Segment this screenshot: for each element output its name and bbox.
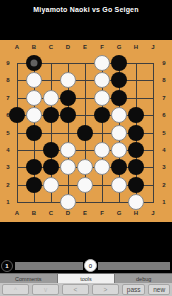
stone-b2 [26,177,42,193]
stone-d7 [60,90,76,106]
pass-button[interactable]: pass [122,284,145,295]
board-col-label-bottom: G [117,210,122,216]
board-col-label-bottom: C [49,210,53,216]
board-row-label-left: 8 [6,77,9,83]
board-col-label-top: D [66,44,70,50]
move-slider-row: 1 0 [0,258,172,273]
board-row-label-left: 4 [6,147,9,153]
last-move-marker [31,60,38,67]
stone-g3 [111,159,127,175]
board-row-label-left: 2 [6,182,9,188]
board-row-label-right: 5 [162,130,165,136]
slider-thumb-value: 0 [89,263,92,269]
tab-comments[interactable]: Comments [0,274,57,283]
stone-b6 [26,107,42,123]
stone-c3 [43,159,59,175]
board-col-label-top: F [100,44,104,50]
black-stone-counter: 1 [1,260,13,272]
stone-h6 [128,107,144,123]
stone-g8 [111,72,127,88]
stone-g4 [111,142,127,158]
board-row-label-right: 6 [162,112,165,118]
board-row-label-left: 1 [6,199,9,205]
tab-debug-label: debug [136,276,151,282]
stone-b7 [26,90,42,106]
board-row-label-left: 9 [6,60,9,66]
stone-f6 [94,107,110,123]
stone-d3 [60,159,76,175]
board-col-label-bottom: B [32,210,36,216]
tab-bar: Comments tools debug [0,273,172,283]
title-bar: Miyamoto Naoki vs Go Seigen [0,0,172,40]
board-row-label-left: 7 [6,95,9,101]
first-move-button[interactable]: ^ [2,284,29,295]
stone-d6 [60,107,76,123]
tab-comments-label: Comments [15,276,42,282]
stone-f4 [94,142,110,158]
game-title: Miyamoto Naoki vs Go Seigen [33,6,138,13]
board-col-label-top: G [117,44,122,50]
stone-g9 [111,55,127,71]
board-col-label-top: J [151,44,154,50]
black-counter-value: 1 [5,263,8,269]
stone-b9 [26,55,42,71]
stone-d8 [60,72,76,88]
board-row-label-right: 3 [162,164,165,170]
bottom-spacer [0,222,172,258]
stone-c2 [43,177,59,193]
stone-c7 [43,90,59,106]
board-col-label-top: H [134,44,138,50]
board-row-label-right: 9 [162,60,165,66]
board-row-label-right: 4 [162,147,165,153]
stone-e3 [77,159,93,175]
stone-d1 [60,194,76,210]
tab-tools[interactable]: tools [57,274,116,283]
stone-g2 [111,177,127,193]
stone-g5 [111,125,127,141]
app-window: Miyamoto Naoki vs Go Seigen AABBCCDDEEFF… [0,0,172,296]
stone-h3 [128,159,144,175]
stone-h2 [128,177,144,193]
stone-a6 [9,107,25,123]
stone-g6 [111,107,127,123]
tab-debug[interactable]: debug [115,274,172,283]
board-col-label-bottom: F [100,210,104,216]
stone-f9 [94,55,110,71]
stone-f7 [94,90,110,106]
stone-b5 [26,125,42,141]
stone-h1 [128,194,144,210]
slider-track-left[interactable] [15,262,83,270]
stone-g7 [111,90,127,106]
board-col-label-top: B [32,44,36,50]
button-bar: ^ v < > pass new [0,283,172,296]
board-col-label-top: A [15,44,19,50]
stone-c4 [43,142,59,158]
stone-b8 [26,72,42,88]
tab-tools-label: tools [80,276,92,282]
next-move-button[interactable]: > [92,284,119,295]
last-move-button[interactable]: v [32,284,59,295]
slider-thumb[interactable]: 0 [84,259,97,272]
prev-move-button[interactable]: < [62,284,89,295]
board-col-label-bottom: H [134,210,138,216]
board-col-label-bottom: E [83,210,87,216]
board-col-label-bottom: D [66,210,70,216]
stone-f3 [94,159,110,175]
board-col-label-top: C [49,44,53,50]
board-col-label-top: E [83,44,87,50]
board-row-label-left: 5 [6,130,9,136]
stone-b3 [26,159,42,175]
grid-line-vertical [153,63,154,203]
stone-h5 [128,125,144,141]
stone-e2 [77,177,93,193]
stone-d4 [60,142,76,158]
board-row-label-left: 3 [6,164,9,170]
stone-f8 [94,72,110,88]
board-row-label-right: 2 [162,182,165,188]
slider-track-right[interactable] [98,262,170,270]
stone-e5 [77,125,93,141]
board-col-label-bottom: A [15,210,19,216]
go-board[interactable]: AABBCCDDEEFFGGHHJJ998877665544332211 [0,40,172,222]
board-row-label-right: 8 [162,77,165,83]
new-game-button[interactable]: new [148,284,170,295]
board-col-label-bottom: J [151,210,154,216]
board-row-label-right: 1 [162,199,165,205]
stone-c6 [43,107,59,123]
stone-h4 [128,142,144,158]
board-row-label-right: 7 [162,95,165,101]
